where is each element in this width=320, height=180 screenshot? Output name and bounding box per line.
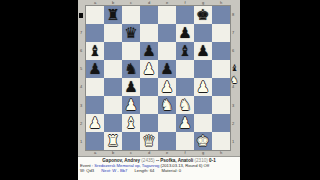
last-move: W: Qd3 bbox=[80, 168, 94, 173]
square-e1[interactable] bbox=[158, 132, 176, 150]
piece-black-pawn: ♟ bbox=[194, 42, 212, 60]
chess-board: ♜♚♛♟♝♟♝♟♟♞♟♟♟♟♟♟♞♞♟♝♟♜♛♚ bbox=[85, 5, 231, 151]
piece-black-pawn: ♟ bbox=[86, 60, 104, 78]
letterbox-right bbox=[240, 0, 320, 180]
square-b6[interactable] bbox=[104, 42, 122, 60]
square-c7[interactable]: ♛ bbox=[122, 24, 140, 42]
square-h8[interactable] bbox=[212, 6, 230, 24]
square-g7[interactable] bbox=[194, 24, 212, 42]
square-g4[interactable]: ♟ bbox=[194, 78, 212, 96]
square-b5[interactable] bbox=[104, 60, 122, 78]
square-a1[interactable] bbox=[86, 132, 104, 150]
square-a3[interactable] bbox=[86, 96, 104, 114]
piece-black-pawn: ♟ bbox=[158, 60, 176, 78]
square-e6[interactable] bbox=[158, 42, 176, 60]
square-f4[interactable] bbox=[176, 78, 194, 96]
coord-label: 3 bbox=[78, 96, 84, 114]
square-d4[interactable] bbox=[140, 78, 158, 96]
square-c6[interactable] bbox=[122, 42, 140, 60]
piece-black-rook: ♜ bbox=[104, 6, 122, 24]
square-e4[interactable]: ♟ bbox=[158, 78, 176, 96]
coord-label: 1 bbox=[78, 132, 84, 150]
square-b1[interactable]: ♜ bbox=[104, 132, 122, 150]
coord-label: 7 bbox=[78, 23, 84, 41]
square-b8[interactable]: ♜ bbox=[104, 6, 122, 24]
piece-white-pawn: ♟ bbox=[176, 114, 194, 132]
square-a8[interactable] bbox=[86, 6, 104, 24]
square-a4[interactable] bbox=[86, 78, 104, 96]
material-count: Material: 0 bbox=[162, 168, 182, 173]
video-frame: abcdefgh 87654321 87654321 abcdefgh ♜♚♛♟… bbox=[0, 0, 320, 180]
square-f8[interactable] bbox=[176, 6, 194, 24]
square-b7[interactable] bbox=[104, 24, 122, 42]
game-info-panel: Gaponov, Andrey (2435) -- Psofka, Anatol… bbox=[78, 156, 240, 180]
square-f3[interactable]: ♞ bbox=[176, 96, 194, 114]
square-c4[interactable]: ♟ bbox=[122, 78, 140, 96]
square-d2[interactable] bbox=[140, 114, 158, 132]
piece-white-rook: ♜ bbox=[104, 132, 122, 150]
square-f1[interactable] bbox=[176, 132, 194, 150]
square-h4[interactable] bbox=[212, 78, 230, 96]
square-g5[interactable] bbox=[194, 60, 212, 78]
piece-black-bishop: ♝ bbox=[176, 42, 194, 60]
piece-white-pawn: ♟ bbox=[158, 78, 176, 96]
square-d6[interactable]: ♟ bbox=[140, 42, 158, 60]
piece-white-queen: ♛ bbox=[140, 132, 158, 150]
square-h7[interactable] bbox=[212, 24, 230, 42]
status-line: W: Qd3 Next: W - Bb7 Length: 64 Material… bbox=[78, 168, 240, 173]
game-length: Length: 64 bbox=[135, 168, 155, 173]
square-f6[interactable]: ♝ bbox=[176, 42, 194, 60]
square-c3[interactable]: ♟ bbox=[122, 96, 140, 114]
square-e2[interactable] bbox=[158, 114, 176, 132]
piece-black-queen: ♛ bbox=[122, 24, 140, 42]
piece-white-king: ♚ bbox=[194, 132, 212, 150]
piece-white-knight: ♞ bbox=[176, 96, 194, 114]
square-a6[interactable]: ♝ bbox=[86, 42, 104, 60]
square-e7[interactable] bbox=[158, 24, 176, 42]
piece-black-pawn: ♟ bbox=[140, 42, 158, 60]
piece-black-king: ♚ bbox=[194, 6, 212, 24]
coord-label: 6 bbox=[78, 41, 84, 59]
piece-black-knight: ♞ bbox=[122, 60, 140, 78]
square-c1[interactable] bbox=[122, 132, 140, 150]
letterbox-left bbox=[0, 0, 78, 180]
piece-white-pawn: ♟ bbox=[86, 114, 104, 132]
square-g6[interactable]: ♟ bbox=[194, 42, 212, 60]
square-h1[interactable] bbox=[212, 132, 230, 150]
coord-label: 2 bbox=[78, 114, 84, 132]
piece-white-knight: ♞ bbox=[158, 96, 176, 114]
square-h5[interactable] bbox=[212, 60, 230, 78]
square-h3[interactable] bbox=[212, 96, 230, 114]
square-d5[interactable]: ♟ bbox=[140, 60, 158, 78]
square-e5[interactable]: ♟ bbox=[158, 60, 176, 78]
square-a5[interactable]: ♟ bbox=[86, 60, 104, 78]
black-player-name[interactable]: Psofka, Anatoli bbox=[160, 158, 193, 163]
square-c8[interactable] bbox=[122, 6, 140, 24]
square-f7[interactable]: ♟ bbox=[176, 24, 194, 42]
square-g8[interactable]: ♚ bbox=[194, 6, 212, 24]
side-to-move-indicator bbox=[79, 13, 83, 18]
square-f2[interactable]: ♟ bbox=[176, 114, 194, 132]
piece-white-pawn: ♟ bbox=[140, 60, 158, 78]
square-h2[interactable] bbox=[212, 114, 230, 132]
square-b4[interactable] bbox=[104, 78, 122, 96]
square-d8[interactable] bbox=[140, 6, 158, 24]
square-a7[interactable] bbox=[86, 24, 104, 42]
square-c2[interactable]: ♝ bbox=[122, 114, 140, 132]
square-f5[interactable] bbox=[176, 60, 194, 78]
black-bishop-icon: ♝ bbox=[230, 62, 238, 74]
material-difference-tray: ♝ ♞ bbox=[229, 62, 240, 86]
square-d7[interactable] bbox=[140, 24, 158, 42]
piece-black-pawn: ♟ bbox=[176, 24, 194, 42]
square-h6[interactable] bbox=[212, 42, 230, 60]
square-d3[interactable] bbox=[140, 96, 158, 114]
square-c5[interactable]: ♞ bbox=[122, 60, 140, 78]
rank-labels-left: 87654321 bbox=[78, 5, 84, 151]
square-e3[interactable]: ♞ bbox=[158, 96, 176, 114]
square-b2[interactable] bbox=[104, 114, 122, 132]
coord-label: 4 bbox=[78, 78, 84, 96]
white-knight-icon: ♞ bbox=[230, 74, 238, 86]
piece-white-pawn: ♟ bbox=[194, 78, 212, 96]
white-player-name[interactable]: Gaponov, Andrey bbox=[102, 158, 140, 163]
square-g1[interactable]: ♚ bbox=[194, 132, 212, 150]
players-separator: -- bbox=[156, 158, 159, 163]
event-tail: Off bbox=[204, 163, 210, 168]
square-b3[interactable] bbox=[104, 96, 122, 114]
piece-white-pawn: ♟ bbox=[122, 96, 140, 114]
square-d1[interactable]: ♛ bbox=[140, 132, 158, 150]
chess-gui-window: abcdefgh 87654321 87654321 abcdefgh ♜♚♛♟… bbox=[78, 0, 240, 180]
piece-white-bishop: ♝ bbox=[122, 114, 140, 132]
piece-black-pawn: ♟ bbox=[122, 78, 140, 96]
coord-label: 5 bbox=[78, 60, 84, 78]
black-player-elo: (2310) bbox=[195, 158, 208, 163]
next-move[interactable]: Next: W - Bb7 bbox=[101, 168, 127, 173]
piece-black-bishop: ♝ bbox=[86, 42, 104, 60]
square-g2[interactable] bbox=[194, 114, 212, 132]
square-g3[interactable] bbox=[194, 96, 212, 114]
white-player-elo: (2435) bbox=[141, 158, 154, 163]
square-e8[interactable] bbox=[158, 6, 176, 24]
game-result: 0-1 bbox=[209, 158, 216, 163]
square-a2[interactable]: ♟ bbox=[86, 114, 104, 132]
